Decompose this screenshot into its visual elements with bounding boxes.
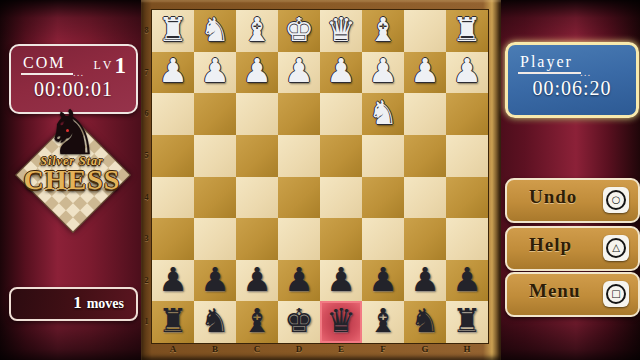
square-a3[interactable]	[152, 218, 194, 260]
square-d6[interactable]	[278, 93, 320, 135]
square-c7[interactable]: ♟	[236, 52, 278, 94]
square-e4[interactable]	[320, 177, 362, 219]
file-label-d: D	[278, 344, 320, 358]
piece-black-knight[interactable]: ♞	[410, 304, 440, 337]
square-a5[interactable]	[152, 135, 194, 177]
piece-black-pawn[interactable]: ♟	[242, 263, 272, 296]
square-c4[interactable]	[236, 177, 278, 219]
square-g3[interactable]	[404, 218, 446, 260]
com-level-label: LV	[94, 58, 115, 72]
piece-black-king[interactable]: ♚	[284, 304, 314, 337]
square-f4[interactable]	[362, 177, 404, 219]
com-level-value: 1	[115, 53, 127, 78]
rank-label-7: 7	[141, 68, 152, 77]
file-label-f: F	[362, 344, 404, 358]
square-a1[interactable]: ♜	[152, 301, 194, 343]
undo-button-label: Undo	[529, 186, 577, 208]
logo-title-main: CHESS	[14, 164, 130, 196]
com-clock-header: COM ... LV1	[11, 52, 136, 76]
rank-label-4: 4	[141, 193, 152, 202]
square-g7[interactable]: ♟	[404, 52, 446, 94]
piece-black-pawn[interactable]: ♟	[200, 263, 230, 296]
square-h7[interactable]: ♟	[446, 52, 488, 94]
move-counter: 1moves	[9, 287, 138, 321]
piece-black-rook[interactable]: ♜	[452, 304, 482, 337]
square-g4[interactable]	[404, 177, 446, 219]
square-c1[interactable]: ♝	[236, 301, 278, 343]
piece-white-pawn[interactable]: ♟	[284, 54, 314, 87]
player-time: 00:06:20	[508, 77, 636, 100]
piece-white-pawn[interactable]: ♟	[242, 54, 272, 87]
square-d5[interactable]	[278, 135, 320, 177]
move-count-label: moves	[87, 296, 124, 311]
square-d3[interactable]	[278, 218, 320, 260]
circle-button-icon: ○	[603, 187, 629, 213]
square-button-icon: □	[603, 281, 629, 307]
piece-black-bishop[interactable]: ♝	[368, 304, 398, 337]
square-e7[interactable]: ♟	[320, 52, 362, 94]
rank-label-1: 1	[141, 317, 152, 326]
square-g6[interactable]	[404, 93, 446, 135]
square-d8[interactable]: ♚	[278, 10, 320, 52]
square-h8[interactable]: ♜	[446, 10, 488, 52]
square-a8[interactable]: ♜	[152, 10, 194, 52]
square-f2[interactable]: ♟	[362, 260, 404, 302]
square-e2[interactable]: ♟	[320, 260, 362, 302]
help-button-label: Help	[529, 234, 572, 256]
square-c8[interactable]: ♝	[236, 10, 278, 52]
square-e3[interactable]	[320, 218, 362, 260]
square-c6[interactable]	[236, 93, 278, 135]
square-b6[interactable]	[194, 93, 236, 135]
rank-label-2: 2	[141, 276, 152, 285]
square-c5[interactable]	[236, 135, 278, 177]
knight-eye-dot	[66, 129, 69, 132]
rank-label-5: 5	[141, 151, 152, 160]
undo-button[interactable]: Undo ○	[505, 178, 640, 223]
file-label-c: C	[236, 344, 278, 358]
piece-black-pawn[interactable]: ♟	[326, 263, 356, 296]
piece-black-bishop[interactable]: ♝	[242, 304, 272, 337]
square-a2[interactable]: ♟	[152, 260, 194, 302]
menu-button[interactable]: Menu □	[505, 272, 640, 317]
square-b3[interactable]	[194, 218, 236, 260]
file-label-a: A	[152, 344, 194, 358]
piece-white-pawn[interactable]: ♟	[368, 54, 398, 87]
square-d2[interactable]: ♟	[278, 260, 320, 302]
file-label-g: G	[404, 344, 446, 358]
rank-label-3: 3	[141, 234, 152, 243]
square-b2[interactable]: ♟	[194, 260, 236, 302]
com-dots: ...	[73, 66, 84, 78]
piece-white-knight[interactable]: ♞	[368, 96, 398, 129]
game-screen: 87654321 ♜♞♝♚♛♝♜♟♟♟♟♟♟♟♟♞♟♟♟♟♟♟♟♟♜♞♝♚♛♝♞…	[0, 0, 640, 360]
square-e1[interactable]: ♛	[320, 301, 362, 343]
player-clock-panel: Player ... 00:06:20	[505, 42, 639, 118]
piece-black-pawn[interactable]: ♟	[368, 263, 398, 296]
move-count-value: 1	[73, 293, 82, 312]
triangle-button-icon: △	[603, 235, 629, 261]
square-b4[interactable]	[194, 177, 236, 219]
piece-white-pawn[interactable]: ♟	[200, 54, 230, 87]
square-f7[interactable]: ♟	[362, 52, 404, 94]
menu-button-label: Menu	[529, 280, 581, 302]
piece-black-pawn[interactable]: ♟	[284, 263, 314, 296]
file-label-e: E	[320, 344, 362, 358]
square-f1[interactable]: ♝	[362, 301, 404, 343]
square-g5[interactable]	[404, 135, 446, 177]
piece-white-pawn[interactable]: ♟	[410, 54, 440, 87]
square-c3[interactable]	[236, 218, 278, 260]
com-level: LV1	[94, 53, 126, 79]
game-logo: ♞ Silver Star CHESS	[14, 116, 130, 232]
square-d7[interactable]: ♟	[278, 52, 320, 94]
piece-black-rook[interactable]: ♜	[158, 304, 188, 337]
player-name: Player	[518, 53, 581, 74]
square-h3[interactable]	[446, 218, 488, 260]
piece-white-pawn[interactable]: ♟	[158, 54, 188, 87]
square-e8[interactable]: ♛	[320, 10, 362, 52]
square-b8[interactable]: ♞	[194, 10, 236, 52]
square-e5[interactable]	[320, 135, 362, 177]
square-d4[interactable]	[278, 177, 320, 219]
square-a6[interactable]	[152, 93, 194, 135]
piece-white-rook[interactable]: ♜	[158, 13, 188, 46]
square-d1[interactable]: ♚	[278, 301, 320, 343]
piece-black-pawn[interactable]: ♟	[158, 263, 188, 296]
piece-black-knight[interactable]: ♞	[200, 304, 230, 337]
piece-black-pawn[interactable]: ♟	[452, 263, 482, 296]
square-h6[interactable]	[446, 93, 488, 135]
player-clock-header: Player ...	[508, 51, 636, 75]
file-label-h: H	[446, 344, 488, 358]
square-g1[interactable]: ♞	[404, 301, 446, 343]
square-h1[interactable]: ♜	[446, 301, 488, 343]
square-g8[interactable]	[404, 10, 446, 52]
square-a7[interactable]: ♟	[152, 52, 194, 94]
piece-white-bishop[interactable]: ♝	[368, 13, 398, 46]
square-e6[interactable]	[320, 93, 362, 135]
file-label-b: B	[194, 344, 236, 358]
com-name: COM	[21, 54, 73, 75]
piece-white-queen[interactable]: ♛	[326, 13, 356, 46]
square-f5[interactable]	[362, 135, 404, 177]
rank-labels: 87654321	[141, 10, 152, 343]
chess-board-frame: 87654321 ♜♞♝♚♛♝♜♟♟♟♟♟♟♟♟♞♟♟♟♟♟♟♟♟♜♞♝♚♛♝♞…	[141, 0, 501, 360]
piece-white-pawn[interactable]: ♟	[452, 54, 482, 87]
square-b7[interactable]: ♟	[194, 52, 236, 94]
square-h4[interactable]	[446, 177, 488, 219]
piece-white-bishop[interactable]: ♝	[242, 13, 272, 46]
square-g2[interactable]: ♟	[404, 260, 446, 302]
rank-label-6: 6	[141, 109, 152, 118]
square-b1[interactable]: ♞	[194, 301, 236, 343]
help-button[interactable]: Help △	[505, 226, 640, 271]
square-f6[interactable]: ♞	[362, 93, 404, 135]
piece-white-rook[interactable]: ♜	[452, 13, 482, 46]
square-h5[interactable]	[446, 135, 488, 177]
square-a4[interactable]	[152, 177, 194, 219]
piece-black-queen[interactable]: ♛	[326, 304, 356, 337]
piece-white-knight[interactable]: ♞	[200, 13, 230, 46]
file-labels: ABCDEFGH	[152, 344, 488, 358]
rank-label-8: 8	[141, 26, 152, 35]
board-grid: ♜♞♝♚♛♝♜♟♟♟♟♟♟♟♟♞♟♟♟♟♟♟♟♟♜♞♝♚♛♝♞♜	[152, 10, 488, 343]
square-c2[interactable]: ♟	[236, 260, 278, 302]
square-h2[interactable]: ♟	[446, 260, 488, 302]
piece-white-king[interactable]: ♚	[284, 13, 314, 46]
piece-white-pawn[interactable]: ♟	[326, 54, 356, 87]
square-b5[interactable]	[194, 135, 236, 177]
square-f8[interactable]: ♝	[362, 10, 404, 52]
square-f3[interactable]	[362, 218, 404, 260]
piece-black-pawn[interactable]: ♟	[410, 263, 440, 296]
